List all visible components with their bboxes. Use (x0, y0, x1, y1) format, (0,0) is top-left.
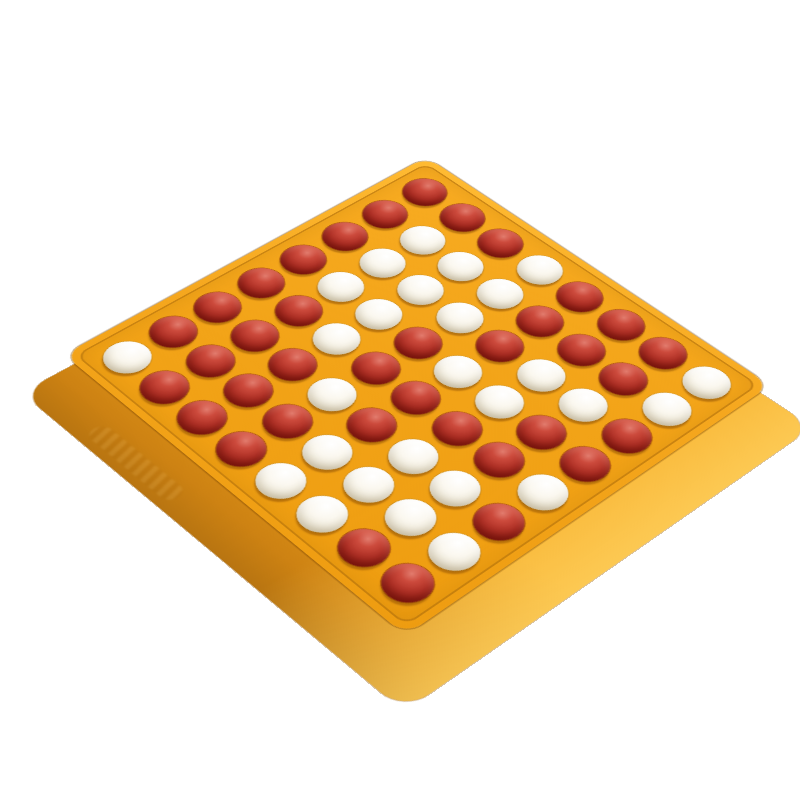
board-photo-scene (0, 0, 800, 800)
board-surface (75, 163, 759, 626)
othello-board (64, 157, 770, 635)
board-grid (86, 169, 747, 616)
